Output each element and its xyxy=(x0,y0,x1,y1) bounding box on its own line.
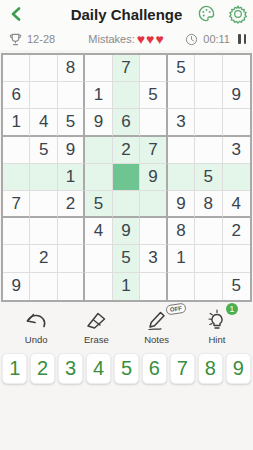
cell-r7c7[interactable]: 8 xyxy=(168,218,195,245)
cell-r3c2[interactable]: 4 xyxy=(30,109,57,136)
eraser-icon xyxy=(84,309,108,331)
cell-r9c6[interactable] xyxy=(140,273,167,300)
cell-r2c3[interactable] xyxy=(58,82,85,109)
timer: 00:11 xyxy=(203,33,230,45)
undo-button[interactable]: Undo xyxy=(10,308,62,345)
cell-r9c8[interactable] xyxy=(195,273,222,300)
cell-r7c8[interactable] xyxy=(195,218,222,245)
cell-r4c6[interactable]: 7 xyxy=(140,137,167,164)
cell-r3c9[interactable] xyxy=(223,109,250,136)
cell-r2c2[interactable] xyxy=(30,82,57,109)
theme-button[interactable] xyxy=(196,3,217,24)
cell-r3c3[interactable]: 5 xyxy=(58,109,85,136)
cell-r5c3[interactable]: 1 xyxy=(58,164,85,191)
palette-icon xyxy=(197,4,216,23)
status-bar: 12-28 Mistakes: ♥♥♥ 00:11 xyxy=(0,28,253,50)
cell-r1c9[interactable] xyxy=(223,55,250,82)
numpad-key-1[interactable]: 1 xyxy=(2,353,27,384)
cell-r1c8[interactable] xyxy=(195,55,222,82)
cell-r5c9[interactable] xyxy=(223,164,250,191)
cell-r6c1[interactable]: 7 xyxy=(3,191,30,218)
cell-r7c6[interactable] xyxy=(140,218,167,245)
hint-label: Hint xyxy=(208,334,225,345)
numpad-key-9[interactable]: 9 xyxy=(226,353,251,384)
header: Daily Challenge xyxy=(0,0,253,28)
cell-r8c6[interactable]: 3 xyxy=(140,245,167,272)
cell-r2c1[interactable]: 6 xyxy=(3,82,30,109)
cell-r1c2[interactable] xyxy=(30,55,57,82)
mistakes-label: Mistakes: xyxy=(88,33,134,45)
undo-icon xyxy=(24,309,48,331)
cell-r2c6[interactable]: 5 xyxy=(140,82,167,109)
notes-toggle-badge: OFF xyxy=(165,302,186,315)
cell-r8c4[interactable] xyxy=(85,245,112,272)
cell-r2c9[interactable]: 9 xyxy=(223,82,250,109)
cell-r4c4[interactable] xyxy=(85,137,112,164)
numpad-key-2[interactable]: 2 xyxy=(30,353,55,384)
numpad-key-3[interactable]: 3 xyxy=(58,353,83,384)
cell-r2c5[interactable] xyxy=(113,82,140,109)
undo-label: Undo xyxy=(25,334,48,345)
cell-r9c1[interactable]: 9 xyxy=(3,273,30,300)
cell-r6c8[interactable]: 8 xyxy=(195,191,222,218)
cell-r7c1[interactable] xyxy=(3,218,30,245)
cell-r4c2[interactable]: 5 xyxy=(30,137,57,164)
cell-r9c5[interactable]: 1 xyxy=(113,273,140,300)
cell-r5c1[interactable] xyxy=(3,164,30,191)
cell-r7c2[interactable] xyxy=(30,218,57,245)
cell-r4c5[interactable]: 2 xyxy=(113,137,140,164)
cell-r7c4[interactable]: 4 xyxy=(85,218,112,245)
cell-r6c5[interactable] xyxy=(113,191,140,218)
toolbar: Undo Erase OFF Notes 1 xyxy=(0,308,253,345)
erase-button[interactable]: Erase xyxy=(70,308,122,345)
cell-r1c6[interactable] xyxy=(140,55,167,82)
clock-icon xyxy=(185,33,198,46)
cell-r9c3[interactable] xyxy=(58,273,85,300)
hint-button[interactable]: 1 Hint xyxy=(191,308,243,345)
cell-r3c5[interactable]: 6 xyxy=(113,109,140,136)
cell-r6c3[interactable]: 2 xyxy=(58,191,85,218)
cell-r6c6[interactable] xyxy=(140,191,167,218)
cell-r3c4[interactable]: 9 xyxy=(85,109,112,136)
cell-r8c1[interactable] xyxy=(3,245,30,272)
pause-button[interactable] xyxy=(238,34,246,44)
cell-r8c2[interactable]: 2 xyxy=(30,245,57,272)
cell-r1c7[interactable]: 5 xyxy=(168,55,195,82)
cell-r9c4[interactable] xyxy=(85,273,112,300)
cell-r8c7[interactable]: 1 xyxy=(168,245,195,272)
cell-r8c5[interactable]: 5 xyxy=(113,245,140,272)
cell-r8c8[interactable] xyxy=(195,245,222,272)
cell-r6c7[interactable]: 9 xyxy=(168,191,195,218)
notes-label: Notes xyxy=(144,334,169,345)
cell-r8c3[interactable] xyxy=(58,245,85,272)
cell-r3c6[interactable] xyxy=(140,109,167,136)
cell-r6c9[interactable]: 4 xyxy=(223,191,250,218)
cell-r1c5[interactable]: 7 xyxy=(113,55,140,82)
pencil-icon xyxy=(145,309,169,331)
cell-r1c1[interactable] xyxy=(3,55,30,82)
numpad-key-5[interactable]: 5 xyxy=(114,353,139,384)
numpad: 123456789 xyxy=(0,353,253,384)
numpad-key-6[interactable]: 6 xyxy=(142,353,167,384)
cell-r8c9[interactable] xyxy=(223,245,250,272)
numpad-key-7[interactable]: 7 xyxy=(170,353,195,384)
cell-r2c8[interactable] xyxy=(195,82,222,109)
cell-r3c7[interactable]: 3 xyxy=(168,109,195,136)
mistakes-hearts: ♥♥♥ xyxy=(137,32,165,46)
cell-r5c8[interactable]: 5 xyxy=(195,164,222,191)
cell-r7c9[interactable]: 2 xyxy=(223,218,250,245)
cell-r9c9[interactable]: 5 xyxy=(223,273,250,300)
cell-r1c4[interactable] xyxy=(85,55,112,82)
cell-r2c4[interactable]: 1 xyxy=(85,82,112,109)
cell-r4c3[interactable]: 9 xyxy=(58,137,85,164)
cell-r9c2[interactable] xyxy=(30,273,57,300)
cell-r5c4[interactable] xyxy=(85,164,112,191)
cell-r5c6[interactable]: 9 xyxy=(140,164,167,191)
cell-r9c7[interactable] xyxy=(168,273,195,300)
cell-r4c1[interactable] xyxy=(3,137,30,164)
cell-r5c2[interactable] xyxy=(30,164,57,191)
gear-icon xyxy=(228,4,248,24)
cell-r2c7[interactable] xyxy=(168,82,195,109)
cell-r4c8[interactable] xyxy=(195,137,222,164)
lightbulb-icon xyxy=(205,308,229,331)
cell-r6c4[interactable]: 5 xyxy=(85,191,112,218)
cell-r4c7[interactable] xyxy=(168,137,195,164)
cell-r1c3[interactable]: 8 xyxy=(58,55,85,82)
cell-r5c7[interactable] xyxy=(168,164,195,191)
cell-r7c3[interactable] xyxy=(58,218,85,245)
cell-r3c8[interactable] xyxy=(195,109,222,136)
cell-r4c9[interactable]: 3 xyxy=(223,137,250,164)
numpad-key-8[interactable]: 8 xyxy=(198,353,223,384)
sudoku-board: 87561591459635927319572598449822531915 xyxy=(1,53,252,302)
cell-r5c5[interactable] xyxy=(113,164,140,191)
cell-r7c5[interactable]: 9 xyxy=(113,218,140,245)
numpad-key-4[interactable]: 4 xyxy=(86,353,111,384)
erase-label: Erase xyxy=(84,334,109,345)
settings-button[interactable] xyxy=(227,3,248,24)
cell-r6c2[interactable] xyxy=(30,191,57,218)
notes-button[interactable]: OFF Notes xyxy=(131,308,183,345)
hint-count-badge: 1 xyxy=(226,303,238,315)
cell-r3c1[interactable]: 1 xyxy=(3,109,30,136)
